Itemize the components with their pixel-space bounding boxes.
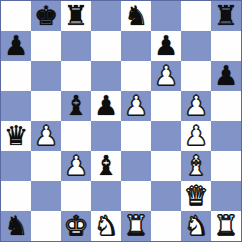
piece-white-bishop: ♝ xyxy=(184,152,208,179)
piece-white-pawn: ♟ xyxy=(34,122,58,149)
square-h7[interactable] xyxy=(211,31,241,61)
square-d6[interactable] xyxy=(91,61,121,91)
square-a4[interactable]: ♛ xyxy=(1,121,31,151)
square-d3[interactable]: ♝ xyxy=(91,151,121,181)
square-a2[interactable] xyxy=(1,181,31,211)
square-f3[interactable] xyxy=(151,151,181,181)
square-a7[interactable]: ♟ xyxy=(1,31,31,61)
square-b3[interactable] xyxy=(31,151,61,181)
piece-black-pawn: ♟ xyxy=(154,32,178,59)
square-e5[interactable]: ♟ xyxy=(121,91,151,121)
square-g4[interactable]: ♟ xyxy=(181,121,211,151)
square-g6[interactable] xyxy=(181,61,211,91)
piece-black-pawn: ♟ xyxy=(94,92,118,119)
piece-black-knight: ♞ xyxy=(4,212,28,239)
square-d5[interactable]: ♟ xyxy=(91,91,121,121)
piece-white-pawn: ♟ xyxy=(124,92,148,119)
square-g5[interactable]: ♟ xyxy=(181,91,211,121)
piece-white-rook: ♜ xyxy=(124,212,148,239)
square-f1[interactable] xyxy=(151,211,181,241)
square-c6[interactable] xyxy=(61,61,91,91)
chess-board: ♚♜♞♜♟♟♟♟♝♟♟♟♛♟♟♟♝♝♛♞♚♞♜♞♜ xyxy=(0,0,242,242)
square-c5[interactable]: ♝ xyxy=(61,91,91,121)
square-b4[interactable]: ♟ xyxy=(31,121,61,151)
square-f8[interactable] xyxy=(151,1,181,31)
square-f5[interactable] xyxy=(151,91,181,121)
square-d1[interactable]: ♞ xyxy=(91,211,121,241)
piece-black-pawn: ♟ xyxy=(214,62,238,89)
piece-white-king: ♚ xyxy=(64,212,88,239)
piece-black-rook: ♜ xyxy=(214,2,238,29)
piece-white-queen: ♛ xyxy=(184,182,208,209)
piece-black-knight: ♞ xyxy=(124,2,148,29)
piece-white-pawn: ♟ xyxy=(184,122,208,149)
square-e4[interactable] xyxy=(121,121,151,151)
square-h5[interactable] xyxy=(211,91,241,121)
square-c7[interactable] xyxy=(61,31,91,61)
square-d7[interactable] xyxy=(91,31,121,61)
square-g7[interactable] xyxy=(181,31,211,61)
square-b1[interactable] xyxy=(31,211,61,241)
square-e1[interactable]: ♜ xyxy=(121,211,151,241)
square-e6[interactable] xyxy=(121,61,151,91)
square-d8[interactable] xyxy=(91,1,121,31)
piece-white-pawn: ♟ xyxy=(184,92,208,119)
square-h8[interactable]: ♜ xyxy=(211,1,241,31)
piece-black-queen: ♛ xyxy=(4,122,28,149)
piece-black-rook: ♜ xyxy=(64,2,88,29)
square-c1[interactable]: ♚ xyxy=(61,211,91,241)
square-b2[interactable] xyxy=(31,181,61,211)
square-g3[interactable]: ♝ xyxy=(181,151,211,181)
piece-white-pawn: ♟ xyxy=(154,62,178,89)
square-f6[interactable]: ♟ xyxy=(151,61,181,91)
square-c4[interactable] xyxy=(61,121,91,151)
piece-white-knight: ♞ xyxy=(94,212,118,239)
square-f4[interactable] xyxy=(151,121,181,151)
square-d4[interactable] xyxy=(91,121,121,151)
square-b5[interactable] xyxy=(31,91,61,121)
square-b7[interactable] xyxy=(31,31,61,61)
piece-black-king: ♚ xyxy=(34,2,58,29)
square-g2[interactable]: ♛ xyxy=(181,181,211,211)
square-c3[interactable]: ♟ xyxy=(61,151,91,181)
square-h2[interactable] xyxy=(211,181,241,211)
square-f7[interactable]: ♟ xyxy=(151,31,181,61)
piece-black-pawn: ♟ xyxy=(4,32,28,59)
square-c2[interactable] xyxy=(61,181,91,211)
piece-white-knight: ♞ xyxy=(184,212,208,239)
square-a3[interactable] xyxy=(1,151,31,181)
square-h1[interactable]: ♜ xyxy=(211,211,241,241)
piece-white-rook: ♜ xyxy=(214,212,238,239)
square-g8[interactable] xyxy=(181,1,211,31)
square-b8[interactable]: ♚ xyxy=(31,1,61,31)
square-h3[interactable] xyxy=(211,151,241,181)
piece-black-bishop: ♝ xyxy=(94,152,118,179)
square-b6[interactable] xyxy=(31,61,61,91)
square-a8[interactable] xyxy=(1,1,31,31)
square-a5[interactable] xyxy=(1,91,31,121)
square-d2[interactable] xyxy=(91,181,121,211)
square-e7[interactable] xyxy=(121,31,151,61)
square-g1[interactable]: ♞ xyxy=(181,211,211,241)
square-h4[interactable] xyxy=(211,121,241,151)
square-e2[interactable] xyxy=(121,181,151,211)
square-a1[interactable]: ♞ xyxy=(1,211,31,241)
piece-black-bishop: ♝ xyxy=(64,92,88,119)
square-c8[interactable]: ♜ xyxy=(61,1,91,31)
square-e3[interactable] xyxy=(121,151,151,181)
square-a6[interactable] xyxy=(1,61,31,91)
square-e8[interactable]: ♞ xyxy=(121,1,151,31)
square-h6[interactable]: ♟ xyxy=(211,61,241,91)
square-f2[interactable] xyxy=(151,181,181,211)
piece-white-pawn: ♟ xyxy=(64,152,88,179)
